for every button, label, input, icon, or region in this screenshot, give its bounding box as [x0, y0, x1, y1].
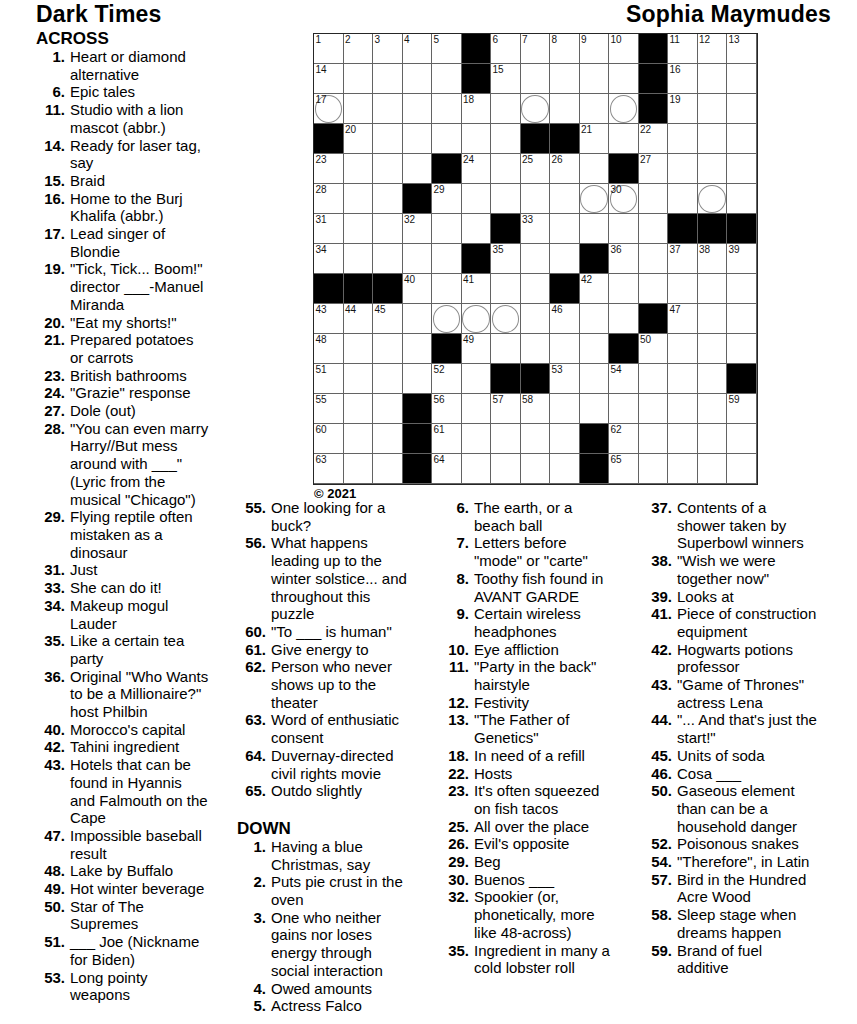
grid-cell[interactable] — [344, 334, 374, 364]
grid-cell[interactable]: 2 — [344, 34, 374, 64]
grid-cell[interactable] — [727, 124, 757, 154]
grid-cell[interactable]: 65 — [609, 454, 639, 484]
grid-cell[interactable]: 60 — [314, 424, 344, 454]
grid-cell[interactable]: 43 — [314, 304, 344, 334]
grid-cell[interactable] — [698, 184, 728, 214]
grid-cell[interactable] — [344, 184, 374, 214]
grid-cell[interactable] — [373, 454, 403, 484]
grid-cell[interactable]: 33 — [521, 214, 551, 244]
clue-number: 6. — [440, 499, 474, 534]
clue-number: 49. — [36, 880, 70, 898]
grid-cell[interactable] — [668, 394, 698, 424]
clue-item: 26.Evil's opposite — [440, 835, 610, 853]
grid-cell[interactable] — [639, 214, 669, 244]
clue-number: 17. — [36, 225, 70, 260]
grid-cell-black — [727, 214, 757, 244]
grid-cell[interactable] — [698, 364, 728, 394]
grid-cell[interactable]: 11 — [668, 34, 698, 64]
grid-cell[interactable] — [432, 94, 462, 124]
grid-cell[interactable] — [609, 304, 639, 334]
grid-cell[interactable]: 27 — [639, 154, 669, 184]
grid-cell[interactable] — [609, 274, 639, 304]
clue-number: 38. — [643, 552, 677, 587]
clue-item: 10.Eye affliction — [440, 641, 610, 659]
grid-cell[interactable] — [373, 94, 403, 124]
clue-number: 24. — [36, 384, 70, 402]
grid-cell[interactable] — [639, 274, 669, 304]
cell-number: 60 — [316, 424, 327, 435]
grid-cell[interactable] — [698, 64, 728, 94]
cell-number: 27 — [640, 154, 651, 165]
grid-cell[interactable] — [727, 304, 757, 334]
grid-cell[interactable] — [668, 154, 698, 184]
clue-number: 35. — [440, 942, 474, 977]
grid-cell[interactable]: 64 — [432, 454, 462, 484]
grid-cell[interactable] — [521, 184, 551, 214]
grid-cell[interactable]: 5 — [432, 34, 462, 64]
grid-cell-black — [403, 454, 433, 484]
clue-number: 36. — [36, 668, 70, 721]
clue-text: Hotels that can be found in Hyannis and … — [70, 756, 210, 827]
grid-cell[interactable]: 34 — [314, 244, 344, 274]
grid-cell[interactable] — [462, 184, 492, 214]
grid-cell[interactable]: 8 — [550, 34, 580, 64]
grid-cell[interactable] — [668, 334, 698, 364]
grid-cell[interactable] — [432, 64, 462, 94]
grid-cell[interactable] — [403, 64, 433, 94]
grid-cell[interactable] — [521, 304, 551, 334]
grid-cell[interactable]: 37 — [668, 244, 698, 274]
grid-cell[interactable]: 54 — [609, 364, 639, 394]
grid-cell[interactable]: 30 — [609, 184, 639, 214]
grid-cell[interactable] — [580, 214, 610, 244]
grid-cell[interactable] — [550, 64, 580, 94]
grid-cell[interactable]: 22 — [639, 124, 669, 154]
grid-cell[interactable] — [462, 304, 492, 334]
grid-cell[interactable]: 40 — [403, 274, 433, 304]
grid-cell[interactable] — [698, 424, 728, 454]
grid-cell[interactable] — [403, 364, 433, 394]
clue-item: 35.Like a certain tea party — [36, 632, 210, 667]
grid-cell[interactable] — [727, 334, 757, 364]
grid-cell[interactable] — [521, 244, 551, 274]
grid-cell[interactable] — [609, 214, 639, 244]
grid-cell[interactable] — [668, 424, 698, 454]
grid-cell[interactable] — [373, 244, 403, 274]
grid-cell[interactable] — [727, 424, 757, 454]
grid-cell[interactable] — [521, 424, 551, 454]
grid-cell[interactable] — [462, 394, 492, 424]
grid-cell[interactable]: 63 — [314, 454, 344, 484]
grid-cell[interactable] — [639, 244, 669, 274]
grid-cell[interactable] — [432, 244, 462, 274]
grid-cell[interactable] — [550, 214, 580, 244]
cell-number: 22 — [640, 124, 651, 135]
clue-text: ___ Joe (Nickname for Biden) — [70, 933, 210, 968]
grid-cell[interactable]: 41 — [462, 274, 492, 304]
grid-cell[interactable] — [639, 394, 669, 424]
clue-item: 56.What happens leading up to the winter… — [237, 534, 409, 623]
clue-number: 11. — [440, 658, 474, 693]
grid-cell[interactable]: 12 — [698, 34, 728, 64]
grid-cell[interactable] — [609, 64, 639, 94]
grid-cell[interactable] — [462, 424, 492, 454]
clue-item: 37.Contents of a shower taken by Superbo… — [643, 499, 817, 552]
grid-cell[interactable] — [462, 454, 492, 484]
grid-cell[interactable] — [344, 244, 374, 274]
grid-cell[interactable] — [491, 424, 521, 454]
clue-item: 65.Outdo slightly — [237, 782, 409, 800]
grid-cell[interactable] — [727, 184, 757, 214]
grid-cell[interactable] — [373, 214, 403, 244]
grid-cell[interactable]: 17 — [314, 94, 344, 124]
clue-text: Makeup mogul Lauder — [70, 597, 210, 632]
clue-item: 59.Brand of fuel additive — [643, 942, 817, 977]
grid-cell[interactable]: 14 — [314, 64, 344, 94]
grid-cell[interactable] — [373, 64, 403, 94]
clue-number: 48. — [36, 862, 70, 880]
grid-cell-black — [639, 304, 669, 334]
grid-cell[interactable]: 28 — [314, 184, 344, 214]
clue-number: 5. — [237, 997, 271, 1015]
grid-cell[interactable]: 62 — [609, 424, 639, 454]
cell-number: 47 — [670, 304, 681, 315]
clue-text: Bird in the Hundred Acre Wood — [677, 871, 817, 906]
grid-cell[interactable] — [373, 154, 403, 184]
clue-number: 1. — [237, 838, 271, 873]
grid-cell[interactable] — [373, 124, 403, 154]
grid-cell[interactable] — [491, 274, 521, 304]
grid-cell[interactable] — [462, 124, 492, 154]
grid-cell[interactable] — [403, 94, 433, 124]
grid-cell[interactable] — [373, 334, 403, 364]
clue-number: 29. — [36, 508, 70, 561]
cell-number: 21 — [581, 124, 592, 135]
grid-cell[interactable]: 35 — [491, 244, 521, 274]
grid-cell[interactable]: 51 — [314, 364, 344, 394]
grid-cell[interactable] — [698, 454, 728, 484]
grid-cell[interactable]: 9 — [580, 34, 610, 64]
grid-cell[interactable] — [491, 154, 521, 184]
grid-cell[interactable] — [698, 274, 728, 304]
grid-cell[interactable] — [727, 94, 757, 124]
grid-cell[interactable] — [344, 64, 374, 94]
grid-cell[interactable]: 25 — [521, 154, 551, 184]
grid-cell[interactable] — [344, 364, 374, 394]
grid-cell[interactable]: 32 — [403, 214, 433, 244]
grid-cell[interactable] — [727, 274, 757, 304]
grid-cell[interactable] — [462, 214, 492, 244]
grid-cell[interactable] — [403, 304, 433, 334]
grid-cell[interactable] — [344, 94, 374, 124]
grid-cell[interactable] — [550, 394, 580, 424]
clue-text: "... And that's just the start!" — [677, 711, 817, 746]
cell-number: 16 — [670, 64, 681, 75]
grid-cell[interactable] — [403, 244, 433, 274]
grid-cell-black — [491, 214, 521, 244]
clue-item: 27.Dole (out) — [36, 402, 210, 420]
grid-cell[interactable]: 49 — [462, 334, 492, 364]
grid-cell[interactable] — [373, 184, 403, 214]
grid-cell[interactable]: 7 — [521, 34, 551, 64]
grid-cell[interactable] — [668, 364, 698, 394]
grid-cell[interactable] — [432, 214, 462, 244]
grid-cell[interactable]: 56 — [432, 394, 462, 424]
grid-cell[interactable] — [580, 94, 610, 124]
grid-cell[interactable] — [668, 184, 698, 214]
grid-cell[interactable] — [580, 304, 610, 334]
grid-cell[interactable] — [580, 64, 610, 94]
grid-cell[interactable] — [668, 274, 698, 304]
clue-item: 60."To ___ is human" — [237, 623, 409, 641]
clue-number: 47. — [36, 827, 70, 862]
clue-item: 35.Ingredient in many a cold lobster rol… — [440, 942, 610, 977]
grid-cell[interactable] — [344, 154, 374, 184]
grid-cell[interactable] — [521, 454, 551, 484]
clue-number: 10. — [440, 641, 474, 659]
clue-text: Original "Who Wants to be a Millionaire?… — [70, 668, 210, 721]
grid-cell[interactable] — [639, 364, 669, 394]
clue-item: 40.Morocco's capital — [36, 721, 210, 739]
grid-cell[interactable] — [609, 94, 639, 124]
grid-cell[interactable]: 59 — [727, 394, 757, 424]
clue-text: Lake by Buffalo — [70, 862, 210, 880]
grid-cell[interactable] — [550, 244, 580, 274]
grid-cell[interactable]: 55 — [314, 394, 344, 424]
cell-number: 10 — [611, 34, 622, 45]
grid-cell-black — [639, 94, 669, 124]
grid-cell[interactable]: 58 — [521, 394, 551, 424]
cell-number: 11 — [670, 34, 680, 45]
clue-item: 16.Home to the Burj Khalifa (abbr.) — [36, 190, 210, 225]
grid-cell[interactable]: 16 — [668, 64, 698, 94]
grid-cell[interactable] — [668, 454, 698, 484]
grid-cell[interactable]: 15 — [491, 64, 521, 94]
cell-number: 38 — [699, 244, 710, 255]
clue-number: 37. — [643, 499, 677, 552]
clue-text: Prepared potatoes or carrots — [70, 331, 210, 366]
clue-item: 1.Having a blue Christmas, say — [237, 838, 409, 873]
grid-cell[interactable] — [491, 94, 521, 124]
circle-marker — [580, 185, 608, 213]
grid-cell[interactable]: 38 — [698, 244, 728, 274]
grid-cell[interactable]: 21 — [580, 124, 610, 154]
clue-number: 32. — [440, 888, 474, 941]
clue-item: 33.She can do it! — [36, 579, 210, 597]
clue-item: 12.Festivity — [440, 694, 610, 712]
grid-cell[interactable]: 57 — [491, 394, 521, 424]
clue-text: Contents of a shower taken by Superbowl … — [677, 499, 817, 552]
clue-number: 25. — [440, 818, 474, 836]
clue-number: 41. — [643, 605, 677, 640]
author-byline: Sophia Maymudes — [626, 1, 831, 28]
cell-number: 46 — [552, 304, 563, 315]
grid-cell[interactable]: 13 — [727, 34, 757, 64]
grid-cell[interactable] — [403, 154, 433, 184]
clue-number: 52. — [643, 835, 677, 853]
clue-text: Hot winter beverage — [70, 880, 210, 898]
grid-cell[interactable]: 3 — [373, 34, 403, 64]
grid-cell[interactable] — [550, 424, 580, 454]
grid-cell[interactable] — [344, 454, 374, 484]
clue-text: Outdo slightly — [271, 782, 409, 800]
grid-cell[interactable] — [727, 454, 757, 484]
clue-item: 63.Word of enthusiatic consent — [237, 711, 409, 746]
clue-item: 18.In need of a refill — [440, 747, 610, 765]
clue-text: Eye affliction — [474, 641, 610, 659]
grid-cell[interactable]: 53 — [550, 364, 580, 394]
clue-number: 2. — [237, 873, 271, 908]
cell-number: 24 — [463, 154, 474, 165]
grid-cell[interactable] — [491, 304, 521, 334]
grid-cell[interactable]: 36 — [609, 244, 639, 274]
grid-cell[interactable] — [403, 124, 433, 154]
grid-cell-black — [403, 394, 433, 424]
clue-number: 27. — [36, 402, 70, 420]
grid-cell-black — [462, 244, 492, 274]
clue-item: 6.The earth, or a beach ball — [440, 499, 610, 534]
grid-cell[interactable]: 19 — [668, 94, 698, 124]
clue-text: Star of The Supremes — [70, 898, 210, 933]
grid-cell[interactable] — [580, 394, 610, 424]
grid-cell[interactable] — [521, 274, 551, 304]
grid-cell[interactable] — [373, 424, 403, 454]
grid-cell[interactable] — [698, 334, 728, 364]
grid-cell[interactable]: 10 — [609, 34, 639, 64]
grid-cell[interactable]: 20 — [344, 124, 374, 154]
grid-cell[interactable] — [698, 394, 728, 424]
grid-cell[interactable] — [609, 394, 639, 424]
grid-cell[interactable] — [550, 94, 580, 124]
grid-cell[interactable]: 24 — [462, 154, 492, 184]
grid-cell[interactable] — [580, 184, 610, 214]
grid-cell[interactable] — [403, 334, 433, 364]
grid-cell[interactable] — [550, 184, 580, 214]
grid-cell[interactable] — [698, 304, 728, 334]
grid-cell[interactable] — [639, 184, 669, 214]
clue-text: Ingredient in many a cold lobster roll — [474, 942, 610, 977]
cell-number: 14 — [316, 64, 327, 75]
clue-item: 49.Hot winter beverage — [36, 880, 210, 898]
grid-cell[interactable] — [462, 364, 492, 394]
clue-item: 25.All over the place — [440, 818, 610, 836]
grid-cell[interactable] — [521, 64, 551, 94]
grid-cell[interactable]: 42 — [580, 274, 610, 304]
grid-cell[interactable]: 29 — [432, 184, 462, 214]
grid-cell[interactable]: 61 — [432, 424, 462, 454]
grid-cell[interactable] — [698, 124, 728, 154]
across-clues-column: ACROSS 1.Heart or diamond alternative6.E… — [36, 30, 210, 1004]
grid-cell[interactable]: 26 — [550, 154, 580, 184]
grid-cell[interactable] — [432, 274, 462, 304]
grid-cell[interactable]: 46 — [550, 304, 580, 334]
clue-text: "Party in the back" hairstyle — [474, 658, 610, 693]
grid-cell[interactable]: 18 — [462, 94, 492, 124]
clue-number: 61. — [237, 641, 271, 659]
grid-cell[interactable]: 48 — [314, 334, 344, 364]
clue-text: In need of a refill — [474, 747, 610, 765]
grid-cell[interactable]: 1 — [314, 34, 344, 64]
crossword-grid: 1234567891011121314151617181920212223242… — [313, 33, 758, 485]
clue-text: British bathrooms — [70, 367, 210, 385]
cell-number: 1 — [316, 34, 322, 45]
grid-cell[interactable] — [580, 334, 610, 364]
across-clue-list-continued: 55.One looking for a buck?56.What happen… — [237, 499, 409, 800]
cell-number: 64 — [434, 454, 445, 465]
grid-cell[interactable] — [373, 364, 403, 394]
grid-cell[interactable] — [698, 154, 728, 184]
cell-number: 7 — [522, 34, 528, 45]
grid-cell[interactable] — [344, 394, 374, 424]
grid-cell[interactable]: 31 — [314, 214, 344, 244]
grid-cell[interactable]: 52 — [432, 364, 462, 394]
grid-cell[interactable] — [580, 154, 610, 184]
cell-number: 52 — [434, 364, 445, 375]
grid-cell[interactable] — [491, 124, 521, 154]
cell-number: 12 — [699, 34, 710, 45]
grid-cell[interactable] — [550, 334, 580, 364]
grid-cell[interactable]: 23 — [314, 154, 344, 184]
clue-text: Like a certain tea party — [70, 632, 210, 667]
clue-number: 51. — [36, 933, 70, 968]
grid-cell[interactable]: 39 — [727, 244, 757, 274]
grid-cell[interactable] — [491, 334, 521, 364]
clue-text: Flying reptile often mistaken as a dinos… — [70, 508, 210, 561]
clue-number: 21. — [36, 331, 70, 366]
grid-cell[interactable]: 45 — [373, 304, 403, 334]
grid-cell[interactable] — [373, 394, 403, 424]
grid-cell[interactable]: 4 — [403, 34, 433, 64]
clue-text: Tahini ingredient — [70, 738, 210, 756]
clue-text: Ready for laser tag, say — [70, 137, 210, 172]
grid-cell[interactable] — [668, 124, 698, 154]
grid-cell[interactable] — [698, 94, 728, 124]
grid-cell[interactable] — [639, 424, 669, 454]
grid-cell[interactable] — [550, 454, 580, 484]
grid-cell[interactable] — [344, 214, 374, 244]
clue-item: 23.It's often squeezed on fish tacos — [440, 782, 610, 817]
clue-item: 28."You can even marry Harry//But mess a… — [36, 420, 210, 509]
clue-item: 51.___ Joe (Nickname for Biden) — [36, 933, 210, 968]
cell-number: 45 — [375, 304, 386, 315]
grid-cell[interactable] — [609, 124, 639, 154]
grid-cell[interactable] — [344, 424, 374, 454]
grid-cell[interactable]: 50 — [639, 334, 669, 364]
grid-cell[interactable] — [727, 154, 757, 184]
grid-cell[interactable]: 47 — [668, 304, 698, 334]
clue-number: 57. — [643, 871, 677, 906]
clue-number: 55. — [237, 499, 271, 534]
grid-cell[interactable] — [580, 364, 610, 394]
grid-cell[interactable] — [432, 124, 462, 154]
clue-item: 52.Poisonous snakes — [643, 835, 817, 853]
across-label: ACROSS — [36, 30, 210, 48]
clue-item: 29.Beg — [440, 853, 610, 871]
grid-cell[interactable] — [491, 454, 521, 484]
clue-text: Owed amounts — [271, 980, 409, 998]
clue-number: 12. — [440, 694, 474, 712]
grid-cell[interactable] — [521, 94, 551, 124]
grid-cell[interactable]: 6 — [491, 34, 521, 64]
grid-cell[interactable] — [639, 454, 669, 484]
cell-number: 41 — [463, 274, 474, 285]
grid-cell[interactable] — [432, 304, 462, 334]
grid-cell[interactable]: 44 — [344, 304, 374, 334]
grid-cell[interactable] — [491, 184, 521, 214]
grid-cell[interactable] — [521, 334, 551, 364]
grid-cell[interactable] — [727, 64, 757, 94]
clue-number: 14. — [36, 137, 70, 172]
